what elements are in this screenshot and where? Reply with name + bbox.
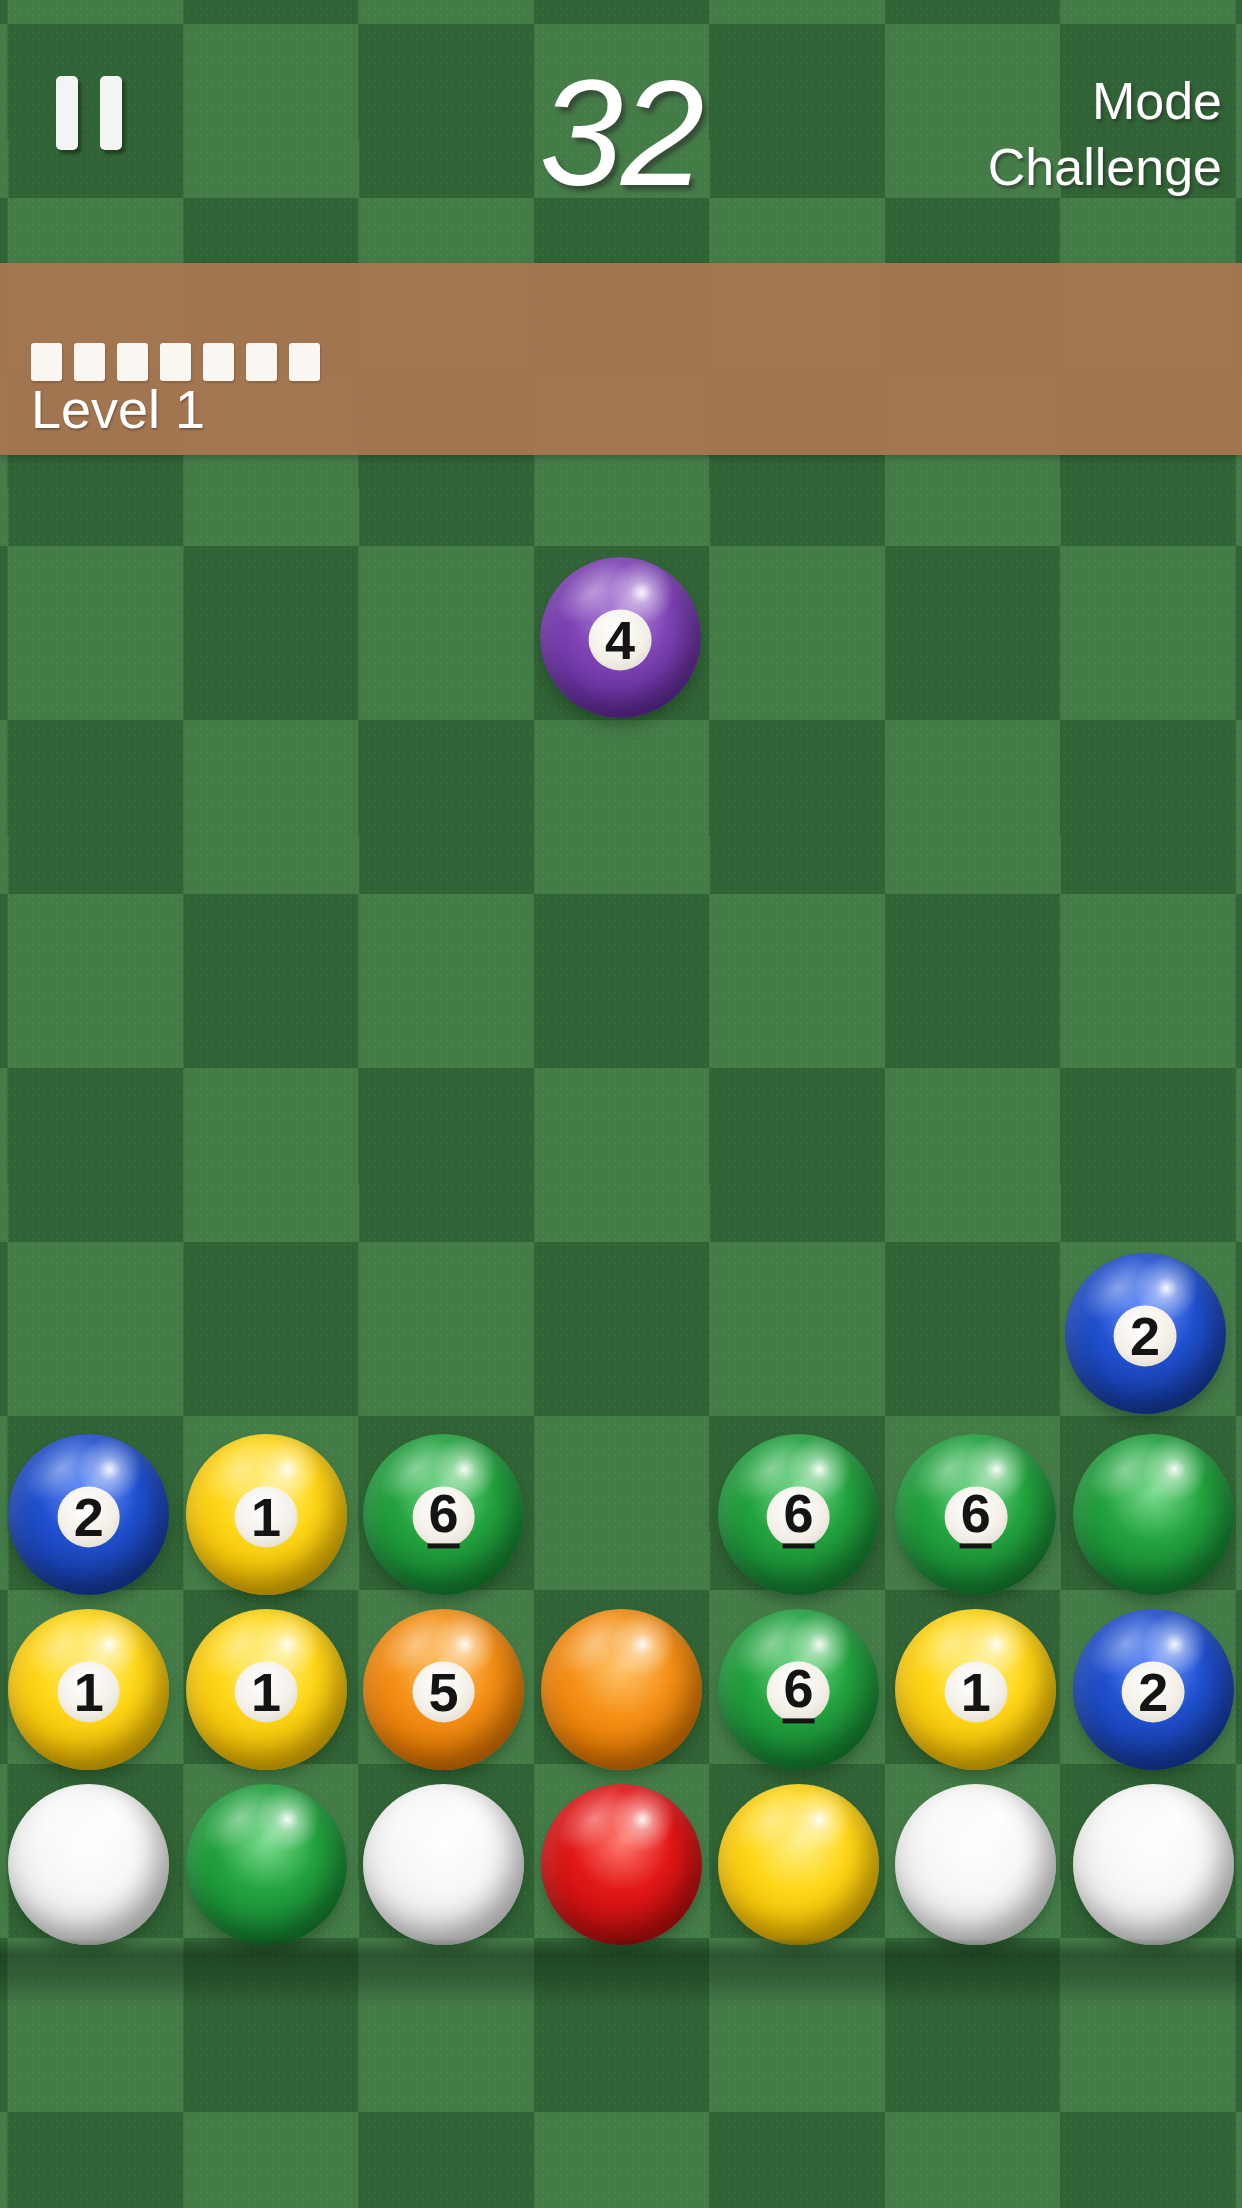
ball-green-6[interactable]: 6 [718,1609,879,1770]
progress-square [289,343,320,381]
stack-floor-shadow [0,1938,1242,2008]
progress-square [160,343,191,381]
level-progress-squares [31,343,320,381]
mode-value: Challenge [988,134,1222,200]
ball-green-6[interactable]: 6 [895,1434,1056,1595]
progress-square [74,343,105,381]
ball-number-circle: 6 [944,1487,1007,1548]
ball-number-circle: 5 [412,1662,475,1723]
ball-white-plain[interactable] [1073,1784,1234,1945]
ball-number-circle: 2 [1122,1662,1185,1723]
level-label: Level 1 [31,379,205,439]
ball-white-plain[interactable] [8,1784,169,1945]
ball-number-circle: 1 [235,1662,298,1723]
level-banner: Level 1 [0,263,1242,455]
ball-number-circle: 6 [767,1662,830,1723]
ball-number-circle: 6 [767,1487,830,1548]
ball-yellow-1[interactable]: 1 [186,1434,347,1595]
ball-yellow-1[interactable]: 1 [8,1609,169,1770]
ball-number-circle: 2 [1114,1306,1177,1367]
ball-number-circle: 2 [57,1487,120,1548]
progress-square [117,343,148,381]
progress-square [31,343,62,381]
mode-indicator: Mode Challenge [988,68,1222,200]
ball-blue-2[interactable]: 2 [1065,1253,1226,1414]
ball-yellow-plain[interactable] [718,1784,879,1945]
ball-red-plain[interactable] [541,1784,702,1945]
mode-label: Mode [988,68,1222,134]
ball-white-plain[interactable] [895,1784,1056,1945]
progress-square [246,343,277,381]
ball-blue-2[interactable]: 2 [1073,1609,1234,1770]
ball-green-6[interactable]: 6 [718,1434,879,1595]
game-screen: 2166611561242 32 Mode Challenge Level 1 [0,0,1242,2208]
ball-number-circle: 4 [589,610,652,671]
ball-number-circle: 6 [412,1487,475,1548]
ball-green-plain[interactable] [1073,1434,1234,1595]
ball-orange-plain[interactable] [541,1609,702,1770]
ball-green-plain[interactable] [186,1784,347,1945]
ball-yellow-1[interactable]: 1 [895,1609,1056,1770]
ball-number-circle: 1 [944,1662,1007,1723]
ball-number-circle: 1 [235,1487,298,1548]
ball-orange-5[interactable]: 5 [363,1609,524,1770]
ball-yellow-1[interactable]: 1 [186,1609,347,1770]
ball-purple-4[interactable]: 4 [540,557,701,718]
progress-square [203,343,234,381]
ball-number-circle: 1 [57,1662,120,1723]
ball-blue-2[interactable]: 2 [8,1434,169,1595]
ball-white-plain[interactable] [363,1784,524,1945]
ball-green-6[interactable]: 6 [363,1434,524,1595]
